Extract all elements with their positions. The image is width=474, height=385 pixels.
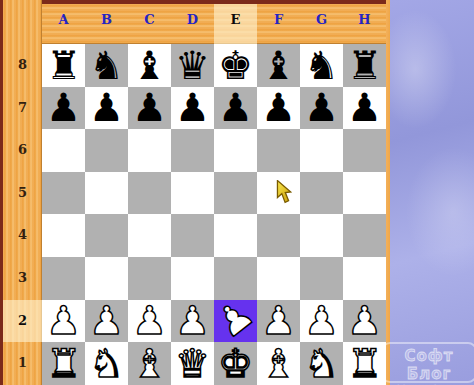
white-pawn[interactable]: ♟: [132, 301, 167, 340]
square-c6[interactable]: [128, 129, 171, 172]
square-c1[interactable]: ♝: [128, 342, 171, 385]
square-e8[interactable]: ♚: [214, 44, 257, 87]
square-c5[interactable]: [128, 172, 171, 215]
square-e7[interactable]: ♟: [214, 87, 257, 130]
square-a6[interactable]: [42, 129, 85, 172]
square-e1[interactable]: ♚: [214, 342, 257, 385]
square-a2[interactable]: ♟: [42, 300, 85, 343]
square-f2[interactable]: ♟: [257, 300, 300, 343]
square-b4[interactable]: [85, 214, 128, 257]
rank-label-2: 2: [3, 300, 42, 343]
chess-board: ABCDEFGH 87654321 ♜♞♝♛♚♝♞♜♟♟♟♟♟♟♟♟♟♟♟♟♟♟…: [0, 0, 390, 385]
square-e4[interactable]: [214, 214, 257, 257]
file-label-b: B: [85, 12, 128, 27]
square-d7[interactable]: ♟: [171, 87, 214, 130]
square-g3[interactable]: [300, 257, 343, 300]
square-a4[interactable]: [42, 214, 85, 257]
square-h8[interactable]: ♜: [343, 44, 386, 87]
square-c8[interactable]: ♝: [128, 44, 171, 87]
square-g8[interactable]: ♞: [300, 44, 343, 87]
square-d6[interactable]: [171, 129, 214, 172]
white-pawn[interactable]: ♟: [175, 301, 210, 340]
rank-label-8: 8: [3, 44, 42, 87]
square-e2[interactable]: ♟: [214, 300, 257, 343]
square-g4[interactable]: [300, 214, 343, 257]
square-a5[interactable]: [42, 172, 85, 215]
square-g5[interactable]: [300, 172, 343, 215]
white-rook[interactable]: ♜: [347, 344, 382, 383]
file-label-g: G: [300, 12, 343, 27]
square-c3[interactable]: [128, 257, 171, 300]
square-h2[interactable]: ♟: [343, 300, 386, 343]
square-a7[interactable]: ♟: [42, 87, 85, 130]
black-pawn[interactable]: ♟: [304, 88, 339, 127]
square-f1[interactable]: ♝: [257, 342, 300, 385]
file-label-f: F: [257, 12, 300, 27]
square-a8[interactable]: ♜: [42, 44, 85, 87]
black-knight[interactable]: ♞: [89, 46, 124, 85]
square-b1[interactable]: ♞: [85, 342, 128, 385]
rank-label-6: 6: [3, 129, 42, 172]
white-bishop[interactable]: ♝: [261, 344, 296, 383]
square-e6[interactable]: [214, 129, 257, 172]
black-pawn[interactable]: ♟: [46, 88, 81, 127]
chess-app-window: ABCDEFGH 87654321 ♜♞♝♛♚♝♞♜♟♟♟♟♟♟♟♟♟♟♟♟♟♟…: [0, 0, 474, 385]
white-pawn[interactable]: ♟: [347, 301, 382, 340]
square-h7[interactable]: ♟: [343, 87, 386, 130]
rank-label-5: 5: [3, 172, 42, 215]
square-b7[interactable]: ♟: [85, 87, 128, 130]
black-pawn[interactable]: ♟: [89, 88, 124, 127]
square-f3[interactable]: [257, 257, 300, 300]
white-king[interactable]: ♚: [218, 344, 253, 383]
square-a3[interactable]: [42, 257, 85, 300]
rank-label-3: 3: [3, 257, 42, 300]
black-pawn[interactable]: ♟: [175, 88, 210, 127]
file-label-c: C: [128, 12, 171, 27]
square-g7[interactable]: ♟: [300, 87, 343, 130]
square-g2[interactable]: ♟: [300, 300, 343, 343]
square-d1[interactable]: ♛: [171, 342, 214, 385]
black-pawn[interactable]: ♟: [261, 88, 296, 127]
white-bishop[interactable]: ♝: [132, 344, 167, 383]
square-c7[interactable]: ♟: [128, 87, 171, 130]
square-f6[interactable]: [257, 129, 300, 172]
file-label-a: A: [42, 12, 85, 27]
square-h4[interactable]: [343, 214, 386, 257]
square-b6[interactable]: [85, 129, 128, 172]
white-pawn[interactable]: ♟: [89, 301, 124, 340]
square-d3[interactable]: [171, 257, 214, 300]
rank-label-7: 7: [3, 87, 42, 130]
rank-label-1: 1: [3, 342, 42, 385]
white-pawn[interactable]: ♟: [304, 301, 339, 340]
black-pawn[interactable]: ♟: [132, 88, 167, 127]
square-g1[interactable]: ♞: [300, 342, 343, 385]
square-h6[interactable]: [343, 129, 386, 172]
square-h1[interactable]: ♜: [343, 342, 386, 385]
file-label-e: E: [214, 12, 257, 27]
black-queen[interactable]: ♛: [175, 46, 210, 85]
mouse-cursor-icon: [276, 180, 292, 204]
black-rook[interactable]: ♜: [46, 46, 81, 85]
square-a1[interactable]: ♜: [42, 342, 85, 385]
black-bishop[interactable]: ♝: [132, 46, 167, 85]
square-d2[interactable]: ♟: [171, 300, 214, 343]
square-e5[interactable]: [214, 172, 257, 215]
square-f4[interactable]: [257, 214, 300, 257]
square-b3[interactable]: [85, 257, 128, 300]
square-d5[interactable]: [171, 172, 214, 215]
rank-label-4: 4: [3, 214, 42, 257]
white-pawn[interactable]: ♟: [46, 301, 81, 340]
black-king[interactable]: ♚: [218, 46, 253, 85]
black-pawn[interactable]: ♟: [347, 88, 382, 127]
square-b8[interactable]: ♞: [85, 44, 128, 87]
square-c2[interactable]: ♟: [128, 300, 171, 343]
square-g6[interactable]: [300, 129, 343, 172]
square-c4[interactable]: [128, 214, 171, 257]
black-knight[interactable]: ♞: [304, 46, 339, 85]
control-sidebar: 100 100 Ru 0 ♫ 0: [390, 0, 474, 385]
file-label-d: D: [171, 12, 214, 27]
file-label-h: H: [343, 12, 386, 27]
white-knight[interactable]: ♞: [89, 344, 124, 383]
square-h3[interactable]: [343, 257, 386, 300]
black-bishop[interactable]: ♝: [261, 46, 296, 85]
white-pawn[interactable]: ♟: [261, 301, 296, 340]
square-d4[interactable]: [171, 214, 214, 257]
black-rook[interactable]: ♜: [347, 46, 382, 85]
square-d8[interactable]: ♛: [171, 44, 214, 87]
black-pawn[interactable]: ♟: [218, 88, 253, 127]
square-h5[interactable]: [343, 172, 386, 215]
square-f7[interactable]: ♟: [257, 87, 300, 130]
white-queen[interactable]: ♛: [175, 344, 210, 383]
white-knight[interactable]: ♞: [304, 344, 339, 383]
square-b2[interactable]: ♟: [85, 300, 128, 343]
square-b5[interactable]: [85, 172, 128, 215]
white-pawn[interactable]: ♟: [209, 293, 261, 345]
white-rook[interactable]: ♜: [46, 344, 81, 383]
board-squares: ♜♞♝♛♚♝♞♜♟♟♟♟♟♟♟♟♟♟♟♟♟♟♟♟♜♞♝♛♚♝♞♜: [42, 44, 386, 385]
square-f8[interactable]: ♝: [257, 44, 300, 87]
